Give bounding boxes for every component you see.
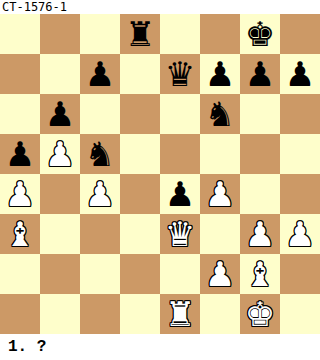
square-a5[interactable]: ♟	[0, 134, 40, 174]
square-e6[interactable]	[160, 94, 200, 134]
square-c3[interactable]	[80, 214, 120, 254]
white-pawn[interactable]: ♟	[285, 214, 315, 254]
square-g8[interactable]: ♚	[240, 14, 280, 54]
square-f8[interactable]	[200, 14, 240, 54]
square-a1[interactable]	[0, 294, 40, 334]
square-a3[interactable]: ♝	[0, 214, 40, 254]
square-d3[interactable]	[120, 214, 160, 254]
black-pawn[interactable]: ♟	[165, 174, 195, 214]
square-b5[interactable]: ♟	[40, 134, 80, 174]
square-d1[interactable]	[120, 294, 160, 334]
white-pawn[interactable]: ♟	[245, 214, 275, 254]
black-pawn[interactable]: ♟	[205, 54, 235, 94]
square-a6[interactable]	[0, 94, 40, 134]
black-rook[interactable]: ♜	[125, 14, 155, 54]
square-d4[interactable]	[120, 174, 160, 214]
square-c2[interactable]	[80, 254, 120, 294]
square-f7[interactable]: ♟	[200, 54, 240, 94]
square-f6[interactable]: ♞	[200, 94, 240, 134]
puzzle-id: CT-1576-1	[0, 0, 320, 14]
white-bishop[interactable]: ♝	[5, 214, 35, 254]
square-b8[interactable]	[40, 14, 80, 54]
square-g2[interactable]: ♝	[240, 254, 280, 294]
square-h3[interactable]: ♟	[280, 214, 320, 254]
black-pawn[interactable]: ♟	[5, 134, 35, 174]
square-d6[interactable]	[120, 94, 160, 134]
square-h7[interactable]: ♟	[280, 54, 320, 94]
square-a2[interactable]	[0, 254, 40, 294]
square-e2[interactable]	[160, 254, 200, 294]
square-c1[interactable]	[80, 294, 120, 334]
square-f3[interactable]	[200, 214, 240, 254]
square-e5[interactable]	[160, 134, 200, 174]
black-pawn[interactable]: ♟	[45, 94, 75, 134]
square-a8[interactable]	[0, 14, 40, 54]
square-b1[interactable]	[40, 294, 80, 334]
square-c4[interactable]: ♟	[80, 174, 120, 214]
white-pawn[interactable]: ♟	[205, 174, 235, 214]
black-pawn[interactable]: ♟	[245, 54, 275, 94]
square-h4[interactable]	[280, 174, 320, 214]
white-queen[interactable]: ♛	[165, 214, 195, 254]
square-h8[interactable]	[280, 14, 320, 54]
black-pawn[interactable]: ♟	[85, 54, 115, 94]
square-h1[interactable]	[280, 294, 320, 334]
black-king[interactable]: ♚	[245, 14, 275, 54]
white-pawn[interactable]: ♟	[5, 174, 35, 214]
square-h5[interactable]	[280, 134, 320, 174]
square-b2[interactable]	[40, 254, 80, 294]
black-queen[interactable]: ♛	[165, 54, 195, 94]
square-b7[interactable]	[40, 54, 80, 94]
chess-board: ♜♚♟♛♟♟♟♟♞♟♟♞♟♟♟♟♝♛♟♟♟♝♜♚	[0, 14, 320, 334]
square-d7[interactable]	[120, 54, 160, 94]
square-g1[interactable]: ♚	[240, 294, 280, 334]
square-g6[interactable]	[240, 94, 280, 134]
square-e4[interactable]: ♟	[160, 174, 200, 214]
square-d8[interactable]: ♜	[120, 14, 160, 54]
square-d2[interactable]	[120, 254, 160, 294]
white-rook[interactable]: ♜	[165, 294, 195, 334]
white-pawn[interactable]: ♟	[85, 174, 115, 214]
square-f4[interactable]: ♟	[200, 174, 240, 214]
white-bishop[interactable]: ♝	[245, 254, 275, 294]
white-pawn[interactable]: ♟	[45, 134, 75, 174]
square-a7[interactable]	[0, 54, 40, 94]
square-c8[interactable]	[80, 14, 120, 54]
square-h6[interactable]	[280, 94, 320, 134]
square-e8[interactable]	[160, 14, 200, 54]
square-f5[interactable]	[200, 134, 240, 174]
square-f2[interactable]: ♟	[200, 254, 240, 294]
black-knight[interactable]: ♞	[85, 134, 115, 174]
square-c6[interactable]	[80, 94, 120, 134]
white-pawn[interactable]: ♟	[205, 254, 235, 294]
square-b3[interactable]	[40, 214, 80, 254]
square-g3[interactable]: ♟	[240, 214, 280, 254]
square-g7[interactable]: ♟	[240, 54, 280, 94]
square-b4[interactable]	[40, 174, 80, 214]
square-g4[interactable]	[240, 174, 280, 214]
square-f1[interactable]	[200, 294, 240, 334]
move-prompt: 1. ?	[0, 334, 320, 360]
square-c7[interactable]: ♟	[80, 54, 120, 94]
square-d5[interactable]	[120, 134, 160, 174]
square-g5[interactable]	[240, 134, 280, 174]
square-c5[interactable]: ♞	[80, 134, 120, 174]
square-e3[interactable]: ♛	[160, 214, 200, 254]
black-knight[interactable]: ♞	[205, 94, 235, 134]
square-b6[interactable]: ♟	[40, 94, 80, 134]
square-h2[interactable]	[280, 254, 320, 294]
square-e1[interactable]: ♜	[160, 294, 200, 334]
white-king[interactable]: ♚	[245, 294, 275, 334]
black-pawn[interactable]: ♟	[285, 54, 315, 94]
square-e7[interactable]: ♛	[160, 54, 200, 94]
square-a4[interactable]: ♟	[0, 174, 40, 214]
